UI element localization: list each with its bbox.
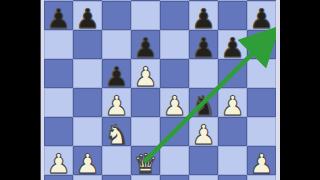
square-g6[interactable]: ♟ bbox=[218, 30, 247, 59]
piece-bP-c5[interactable]: ♟ bbox=[102, 59, 131, 88]
square-e2[interactable] bbox=[160, 146, 189, 175]
square-g8[interactable]: ♚ bbox=[218, 0, 247, 1]
square-a5[interactable] bbox=[44, 59, 73, 88]
piece-bB-c8[interactable]: ♝ bbox=[102, 0, 131, 1]
square-a6[interactable] bbox=[44, 30, 73, 59]
square-d2[interactable]: ♛ bbox=[131, 146, 160, 175]
square-h4[interactable] bbox=[247, 88, 276, 117]
chessboard[interactable]: ♜♞♝♛♜♚♟♟♟♟♟♟♟♟♟♟♟♞♟♞♟♟♟♛♟ bbox=[44, 0, 276, 180]
piece-wQ-d2[interactable]: ♛ bbox=[131, 146, 160, 175]
piece-wP-e4[interactable]: ♟ bbox=[160, 88, 189, 117]
square-c2[interactable] bbox=[102, 146, 131, 175]
piece-wP-d5[interactable]: ♟ bbox=[131, 59, 160, 88]
square-g4[interactable]: ♟ bbox=[218, 88, 247, 117]
square-f5[interactable] bbox=[189, 59, 218, 88]
piece-bP-a7[interactable]: ♟ bbox=[44, 1, 73, 30]
square-e1[interactable] bbox=[160, 175, 189, 180]
piece-wP-b2[interactable]: ♟ bbox=[73, 146, 102, 175]
square-a7[interactable]: ♟ bbox=[44, 1, 73, 30]
piece-wP-h2[interactable]: ♟ bbox=[247, 146, 276, 175]
square-c3[interactable]: ♞ bbox=[102, 117, 131, 146]
piece-bP-g6[interactable]: ♟ bbox=[218, 30, 247, 59]
square-h3[interactable] bbox=[247, 117, 276, 146]
square-b4[interactable] bbox=[73, 88, 102, 117]
square-g2[interactable] bbox=[218, 146, 247, 175]
square-h6[interactable] bbox=[247, 30, 276, 59]
square-c4[interactable]: ♟ bbox=[102, 88, 131, 117]
square-g3[interactable] bbox=[218, 117, 247, 146]
square-f7[interactable]: ♟ bbox=[189, 1, 218, 30]
square-c6[interactable] bbox=[102, 30, 131, 59]
square-e4[interactable]: ♟ bbox=[160, 88, 189, 117]
square-c8[interactable]: ♝ bbox=[102, 0, 131, 1]
square-a2[interactable]: ♟ bbox=[44, 146, 73, 175]
square-b2[interactable]: ♟ bbox=[73, 146, 102, 175]
square-h2[interactable]: ♟ bbox=[247, 146, 276, 175]
square-h5[interactable] bbox=[247, 59, 276, 88]
square-d3[interactable] bbox=[131, 117, 160, 146]
square-f4[interactable]: ♞ bbox=[189, 88, 218, 117]
board-frame: ♜♞♝♛♜♚♟♟♟♟♟♟♟♟♟♟♟♞♟♞♟♟♟♛♟ bbox=[40, 0, 286, 180]
piece-bQ-d8[interactable]: ♛ bbox=[131, 0, 160, 1]
board-inner: ♜♞♝♛♜♚♟♟♟♟♟♟♟♟♟♟♟♞♟♞♟♟♟♛♟ bbox=[44, 0, 276, 180]
square-e3[interactable] bbox=[160, 117, 189, 146]
square-f3[interactable]: ♟ bbox=[189, 117, 218, 146]
square-g7[interactable] bbox=[218, 1, 247, 30]
square-f1[interactable] bbox=[189, 175, 218, 180]
piece-bP-f7[interactable]: ♟ bbox=[189, 1, 218, 30]
square-c7[interactable] bbox=[102, 1, 131, 30]
chess-app-viewport: ♜♞♝♛♜♚♟♟♟♟♟♟♟♟♟♟♟♞♟♞♟♟♟♛♟ bbox=[0, 0, 320, 180]
square-f2[interactable] bbox=[189, 146, 218, 175]
square-c1[interactable] bbox=[102, 175, 131, 180]
letterbox-right bbox=[280, 0, 320, 180]
square-d8[interactable]: ♛ bbox=[131, 0, 160, 1]
piece-wN-c3[interactable]: ♞ bbox=[102, 117, 131, 146]
square-b7[interactable]: ♟ bbox=[73, 1, 102, 30]
piece-bP-d6[interactable]: ♟ bbox=[131, 30, 160, 59]
piece-bP-f6[interactable]: ♟ bbox=[189, 30, 218, 59]
piece-wP-c4[interactable]: ♟ bbox=[102, 88, 131, 117]
piece-bK-g8[interactable]: ♚ bbox=[218, 0, 247, 1]
square-g5[interactable] bbox=[218, 59, 247, 88]
square-f6[interactable]: ♟ bbox=[189, 30, 218, 59]
square-e7[interactable] bbox=[160, 1, 189, 30]
square-d4[interactable] bbox=[131, 88, 160, 117]
square-a4[interactable] bbox=[44, 88, 73, 117]
piece-bN-f4[interactable]: ♞ bbox=[189, 88, 218, 117]
square-d6[interactable]: ♟ bbox=[131, 30, 160, 59]
square-e6[interactable] bbox=[160, 30, 189, 59]
piece-wP-f3[interactable]: ♟ bbox=[189, 117, 218, 146]
piece-wP-a2[interactable]: ♟ bbox=[44, 146, 73, 175]
piece-bP-h7[interactable]: ♟ bbox=[247, 1, 276, 30]
square-h7[interactable]: ♟ bbox=[247, 1, 276, 30]
square-c5[interactable]: ♟ bbox=[102, 59, 131, 88]
square-g1[interactable] bbox=[218, 175, 247, 180]
square-a3[interactable] bbox=[44, 117, 73, 146]
square-d7[interactable] bbox=[131, 1, 160, 30]
square-b3[interactable] bbox=[73, 117, 102, 146]
piece-wP-g4[interactable]: ♟ bbox=[218, 88, 247, 117]
square-b6[interactable] bbox=[73, 30, 102, 59]
square-e5[interactable] bbox=[160, 59, 189, 88]
letterbox-left bbox=[0, 0, 40, 180]
square-d5[interactable]: ♟ bbox=[131, 59, 160, 88]
square-b5[interactable] bbox=[73, 59, 102, 88]
piece-bP-b7[interactable]: ♟ bbox=[73, 1, 102, 30]
